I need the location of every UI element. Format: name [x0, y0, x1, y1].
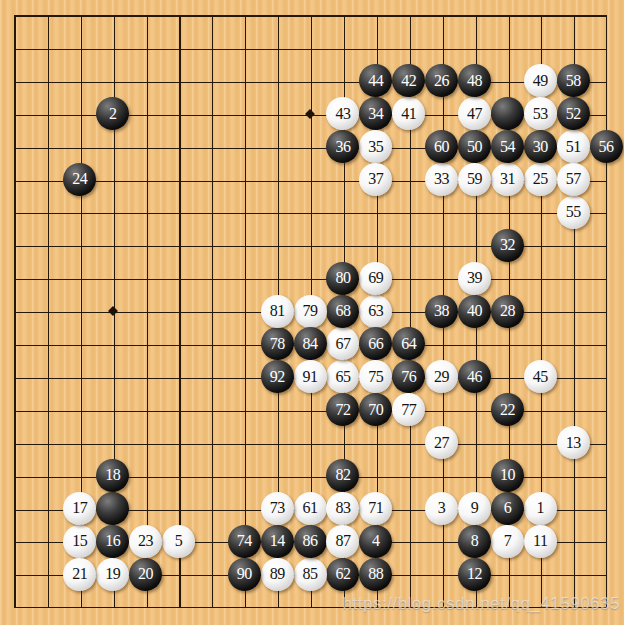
move-number: 24 — [72, 171, 87, 187]
move-number: 52 — [566, 106, 581, 122]
stone-black-4: 4 — [359, 525, 392, 558]
move-number: 9 — [471, 500, 479, 516]
stone-black-32: 32 — [491, 229, 524, 262]
stone-white-39: 39 — [458, 262, 491, 295]
stone-black-handicap — [491, 97, 524, 130]
move-number: 8 — [471, 533, 479, 549]
stone-black-34: 34 — [359, 97, 392, 130]
move-number: 47 — [467, 106, 482, 122]
move-number: 63 — [368, 303, 383, 319]
stone-black-38: 38 — [425, 295, 458, 328]
move-number: 55 — [566, 204, 581, 220]
stone-black-68: 68 — [326, 295, 359, 328]
stone-black-handicap — [96, 492, 129, 525]
move-number: 61 — [303, 500, 318, 516]
move-number: 68 — [335, 303, 350, 319]
move-number: 49 — [533, 73, 548, 89]
stone-black-58: 58 — [557, 64, 590, 97]
stone-black-66: 66 — [359, 327, 392, 360]
move-number: 30 — [533, 139, 548, 155]
stone-black-52: 52 — [557, 97, 590, 130]
move-number: 71 — [368, 500, 383, 516]
move-number: 58 — [566, 73, 581, 89]
move-number: 60 — [434, 139, 449, 155]
stone-white-5: 5 — [162, 525, 195, 558]
move-number: 82 — [335, 467, 350, 483]
move-number: 33 — [434, 171, 449, 187]
move-number: 62 — [335, 566, 350, 582]
move-number: 45 — [533, 369, 548, 385]
move-number: 79 — [303, 303, 318, 319]
stone-black-92: 92 — [261, 360, 294, 393]
move-number: 15 — [72, 533, 87, 549]
move-number: 34 — [368, 106, 383, 122]
stone-black-56: 56 — [590, 130, 623, 163]
stone-white-65: 65 — [326, 360, 359, 393]
move-number: 28 — [500, 303, 515, 319]
move-number: 73 — [270, 500, 285, 516]
stone-black-6: 6 — [491, 492, 524, 525]
move-number: 64 — [401, 336, 416, 352]
move-number: 3 — [438, 500, 446, 516]
stone-white-75: 75 — [359, 360, 392, 393]
stone-white-81: 81 — [261, 295, 294, 328]
move-number: 53 — [533, 106, 548, 122]
stone-black-64: 64 — [392, 327, 425, 360]
stone-black-16: 16 — [96, 525, 129, 558]
stone-black-30: 30 — [524, 130, 557, 163]
move-number: 1 — [537, 500, 545, 516]
stone-black-82: 82 — [326, 459, 359, 492]
move-number: 41 — [401, 106, 416, 122]
move-number: 17 — [72, 500, 87, 516]
stone-white-73: 73 — [261, 492, 294, 525]
stone-black-40: 40 — [458, 295, 491, 328]
move-number: 50 — [467, 139, 482, 155]
stone-white-21: 21 — [63, 558, 96, 591]
stone-black-90: 90 — [228, 558, 261, 591]
stone-white-69: 69 — [359, 262, 392, 295]
stone-white-51: 51 — [557, 130, 590, 163]
move-number: 78 — [270, 336, 285, 352]
stone-white-29: 29 — [425, 360, 458, 393]
move-number: 56 — [599, 139, 614, 155]
stone-black-24: 24 — [63, 163, 96, 196]
move-number: 5 — [175, 533, 183, 549]
move-number: 32 — [500, 237, 515, 253]
stone-white-89: 89 — [261, 558, 294, 591]
move-number: 59 — [467, 171, 482, 187]
move-number: 22 — [500, 402, 515, 418]
move-number: 6 — [504, 500, 512, 516]
stone-black-28: 28 — [491, 295, 524, 328]
move-number: 81 — [270, 303, 285, 319]
stone-black-84: 84 — [294, 327, 327, 360]
move-number: 18 — [105, 467, 120, 483]
move-number: 37 — [368, 171, 383, 187]
stone-white-31: 31 — [491, 163, 524, 196]
move-number: 80 — [335, 270, 350, 286]
stone-black-88: 88 — [359, 558, 392, 591]
stone-black-80: 80 — [326, 262, 359, 295]
stone-black-46: 46 — [458, 360, 491, 393]
move-number: 89 — [270, 566, 285, 582]
move-number: 75 — [368, 369, 383, 385]
stone-white-45: 45 — [524, 360, 557, 393]
move-number: 65 — [335, 369, 350, 385]
move-number: 36 — [335, 139, 350, 155]
move-number: 23 — [138, 533, 153, 549]
move-number: 26 — [434, 73, 449, 89]
move-number: 76 — [401, 369, 416, 385]
move-number: 74 — [237, 533, 252, 549]
stone-white-25: 25 — [524, 163, 557, 196]
stone-white-15: 15 — [63, 525, 96, 558]
stone-white-1: 1 — [524, 492, 557, 525]
move-number: 51 — [566, 139, 581, 155]
move-number: 38 — [434, 303, 449, 319]
stone-black-74: 74 — [228, 525, 261, 558]
stone-white-37: 37 — [359, 163, 392, 196]
stones-layer: 1234567891011121314151617181920212223242… — [0, 0, 622, 623]
stone-black-62: 62 — [326, 558, 359, 591]
move-number: 43 — [335, 106, 350, 122]
move-number: 7 — [504, 533, 512, 549]
stone-black-54: 54 — [491, 130, 524, 163]
stone-black-50: 50 — [458, 130, 491, 163]
move-number: 20 — [138, 566, 153, 582]
stone-white-41: 41 — [392, 97, 425, 130]
move-number: 57 — [566, 171, 581, 187]
move-number: 90 — [237, 566, 252, 582]
move-number: 66 — [368, 336, 383, 352]
stone-black-8: 8 — [458, 525, 491, 558]
stone-white-67: 67 — [326, 327, 359, 360]
stone-white-13: 13 — [557, 426, 590, 459]
move-number: 14 — [270, 533, 285, 549]
move-number: 35 — [368, 139, 383, 155]
stone-white-77: 77 — [392, 393, 425, 426]
stone-white-43: 43 — [326, 97, 359, 130]
stone-black-36: 36 — [326, 130, 359, 163]
stone-black-18: 18 — [96, 459, 129, 492]
stone-black-14: 14 — [261, 525, 294, 558]
stone-white-87: 87 — [326, 525, 359, 558]
stone-black-48: 48 — [458, 64, 491, 97]
go-board: 1234567891011121314151617181920212223242… — [0, 0, 624, 625]
stone-white-3: 3 — [425, 492, 458, 525]
stone-white-71: 71 — [359, 492, 392, 525]
move-number: 77 — [401, 402, 416, 418]
stone-white-83: 83 — [326, 492, 359, 525]
stone-white-11: 11 — [524, 525, 557, 558]
move-number: 4 — [372, 533, 380, 549]
stone-white-7: 7 — [491, 525, 524, 558]
stone-white-85: 85 — [294, 558, 327, 591]
move-number: 88 — [368, 566, 383, 582]
stone-white-53: 53 — [524, 97, 557, 130]
stone-white-57: 57 — [557, 163, 590, 196]
stone-black-12: 12 — [458, 558, 491, 591]
stone-white-17: 17 — [63, 492, 96, 525]
stone-white-61: 61 — [294, 492, 327, 525]
move-number: 11 — [533, 533, 547, 549]
move-number: 21 — [72, 566, 87, 582]
move-number: 29 — [434, 369, 449, 385]
move-number: 19 — [105, 566, 120, 582]
move-number: 70 — [368, 402, 383, 418]
stone-black-26: 26 — [425, 64, 458, 97]
move-number: 44 — [368, 73, 383, 89]
move-number: 40 — [467, 303, 482, 319]
stone-black-76: 76 — [392, 360, 425, 393]
stone-black-10: 10 — [491, 459, 524, 492]
stone-white-91: 91 — [294, 360, 327, 393]
stone-black-70: 70 — [359, 393, 392, 426]
move-number: 91 — [303, 369, 318, 385]
stone-white-9: 9 — [458, 492, 491, 525]
stone-black-78: 78 — [261, 327, 294, 360]
move-number: 69 — [368, 270, 383, 286]
stone-white-63: 63 — [359, 295, 392, 328]
stone-white-47: 47 — [458, 97, 491, 130]
move-number: 92 — [270, 369, 285, 385]
stone-white-33: 33 — [425, 163, 458, 196]
watermark-text: https://blog.csdn.net/qq_41590635 — [343, 594, 620, 614]
stone-white-55: 55 — [557, 196, 590, 229]
stone-white-79: 79 — [294, 295, 327, 328]
stone-black-44: 44 — [359, 64, 392, 97]
move-number: 83 — [335, 500, 350, 516]
stone-black-20: 20 — [129, 558, 162, 591]
move-number: 86 — [303, 533, 318, 549]
move-number: 12 — [467, 566, 482, 582]
move-number: 2 — [109, 106, 117, 122]
stone-black-72: 72 — [326, 393, 359, 426]
move-number: 48 — [467, 73, 482, 89]
move-number: 27 — [434, 435, 449, 451]
stone-white-27: 27 — [425, 426, 458, 459]
move-number: 87 — [335, 533, 350, 549]
move-number: 54 — [500, 139, 515, 155]
stone-black-86: 86 — [294, 525, 327, 558]
move-number: 39 — [467, 270, 482, 286]
move-number: 72 — [335, 402, 350, 418]
move-number: 67 — [335, 336, 350, 352]
stone-white-59: 59 — [458, 163, 491, 196]
stone-white-23: 23 — [129, 525, 162, 558]
move-number: 13 — [566, 435, 581, 451]
stone-white-35: 35 — [359, 130, 392, 163]
move-number: 84 — [303, 336, 318, 352]
move-number: 42 — [401, 73, 416, 89]
stone-black-2: 2 — [96, 97, 129, 130]
move-number: 10 — [500, 467, 515, 483]
move-number: 16 — [105, 533, 120, 549]
move-number: 46 — [467, 369, 482, 385]
stone-white-49: 49 — [524, 64, 557, 97]
move-number: 85 — [303, 566, 318, 582]
stone-black-42: 42 — [392, 64, 425, 97]
move-number: 25 — [533, 171, 548, 187]
stone-white-19: 19 — [96, 558, 129, 591]
move-number: 31 — [500, 171, 515, 187]
stone-black-60: 60 — [425, 130, 458, 163]
stone-black-22: 22 — [491, 393, 524, 426]
